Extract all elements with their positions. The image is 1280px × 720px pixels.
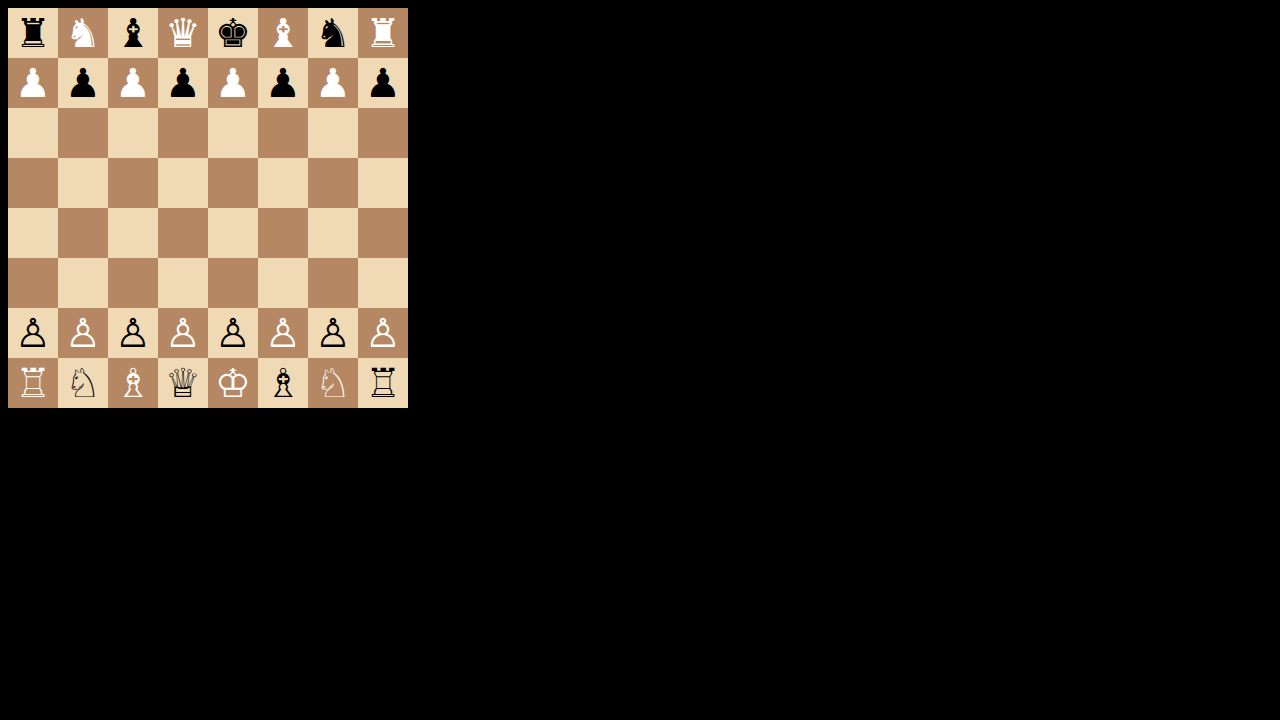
square-d4[interactable] [158,208,208,258]
piece-black-pawn[interactable]: ♟ [315,63,351,103]
square-b1[interactable]: ♘ [58,358,108,408]
piece-black-bishop[interactable]: ♝ [115,13,151,53]
square-g8[interactable]: ♞ [308,8,358,58]
square-a7[interactable]: ♟ [8,58,58,108]
piece-black-pawn[interactable]: ♟ [65,63,101,103]
piece-white-bishop[interactable]: ♗ [115,363,151,403]
square-h7[interactable]: ♟ [358,58,408,108]
piece-white-pawn[interactable]: ♙ [15,313,51,353]
piece-black-pawn[interactable]: ♟ [165,63,201,103]
square-a2[interactable]: ♙ [8,308,58,358]
chessboard: ♜♞♝♛♚♝♞♜♟♟♟♟♟♟♟♟♙♙♙♙♙♙♙♙♖♘♗♕♔♗♘♖ [8,8,408,408]
piece-white-queen[interactable]: ♕ [165,363,201,403]
square-h3[interactable] [358,258,408,308]
piece-black-knight[interactable]: ♞ [315,13,351,53]
square-h6[interactable] [358,108,408,158]
square-e3[interactable] [208,258,258,308]
piece-white-bishop[interactable]: ♗ [265,363,301,403]
square-a5[interactable] [8,158,58,208]
piece-white-pawn[interactable]: ♙ [165,313,201,353]
square-f5[interactable] [258,158,308,208]
square-b4[interactable] [58,208,108,258]
square-f3[interactable] [258,258,308,308]
piece-white-rook[interactable]: ♖ [15,363,51,403]
square-g4[interactable] [308,208,358,258]
piece-black-pawn[interactable]: ♟ [365,63,401,103]
square-b6[interactable] [58,108,108,158]
piece-black-rook[interactable]: ♜ [15,13,51,53]
square-a3[interactable] [8,258,58,308]
square-c7[interactable]: ♟ [108,58,158,108]
square-d5[interactable] [158,158,208,208]
square-f4[interactable] [258,208,308,258]
square-a6[interactable] [8,108,58,158]
piece-black-king[interactable]: ♚ [215,13,251,53]
square-c6[interactable] [108,108,158,158]
square-f2[interactable]: ♙ [258,308,308,358]
square-g7[interactable]: ♟ [308,58,358,108]
square-f1[interactable]: ♗ [258,358,308,408]
square-e5[interactable] [208,158,258,208]
square-e8[interactable]: ♚ [208,8,258,58]
square-c8[interactable]: ♝ [108,8,158,58]
square-c3[interactable] [108,258,158,308]
square-c1[interactable]: ♗ [108,358,158,408]
square-a8[interactable]: ♜ [8,8,58,58]
square-d1[interactable]: ♕ [158,358,208,408]
square-e2[interactable]: ♙ [208,308,258,358]
piece-white-pawn[interactable]: ♙ [115,313,151,353]
square-c2[interactable]: ♙ [108,308,158,358]
square-f8[interactable]: ♝ [258,8,308,58]
square-d6[interactable] [158,108,208,158]
piece-white-king[interactable]: ♔ [215,363,251,403]
piece-white-pawn[interactable]: ♙ [65,313,101,353]
square-h4[interactable] [358,208,408,258]
square-h1[interactable]: ♖ [358,358,408,408]
square-h8[interactable]: ♜ [358,8,408,58]
square-g1[interactable]: ♘ [308,358,358,408]
piece-white-pawn[interactable]: ♙ [365,313,401,353]
square-g5[interactable] [308,158,358,208]
square-d8[interactable]: ♛ [158,8,208,58]
piece-white-pawn[interactable]: ♙ [265,313,301,353]
square-b2[interactable]: ♙ [58,308,108,358]
square-a4[interactable] [8,208,58,258]
square-b7[interactable]: ♟ [58,58,108,108]
piece-white-pawn[interactable]: ♙ [215,313,251,353]
piece-white-knight[interactable]: ♘ [315,363,351,403]
square-g2[interactable]: ♙ [308,308,358,358]
square-g6[interactable] [308,108,358,158]
square-e6[interactable] [208,108,258,158]
square-h5[interactable] [358,158,408,208]
square-c5[interactable] [108,158,158,208]
piece-white-rook[interactable]: ♖ [365,363,401,403]
piece-black-queen[interactable]: ♛ [165,13,201,53]
piece-black-rook[interactable]: ♜ [365,13,401,53]
square-b5[interactable] [58,158,108,208]
square-c4[interactable] [108,208,158,258]
square-d7[interactable]: ♟ [158,58,208,108]
square-e4[interactable] [208,208,258,258]
piece-black-pawn[interactable]: ♟ [265,63,301,103]
piece-black-pawn[interactable]: ♟ [115,63,151,103]
piece-black-pawn[interactable]: ♟ [15,63,51,103]
square-d2[interactable]: ♙ [158,308,208,358]
square-e1[interactable]: ♔ [208,358,258,408]
piece-black-knight[interactable]: ♞ [65,13,101,53]
square-a1[interactable]: ♖ [8,358,58,408]
piece-black-pawn[interactable]: ♟ [215,63,251,103]
piece-white-knight[interactable]: ♘ [65,363,101,403]
square-b8[interactable]: ♞ [58,8,108,58]
square-e7[interactable]: ♟ [208,58,258,108]
square-b3[interactable] [58,258,108,308]
square-g3[interactable] [308,258,358,308]
square-f6[interactable] [258,108,308,158]
square-d3[interactable] [158,258,208,308]
square-h2[interactable]: ♙ [358,308,408,358]
piece-black-bishop[interactable]: ♝ [265,13,301,53]
square-f7[interactable]: ♟ [258,58,308,108]
piece-white-pawn[interactable]: ♙ [315,313,351,353]
